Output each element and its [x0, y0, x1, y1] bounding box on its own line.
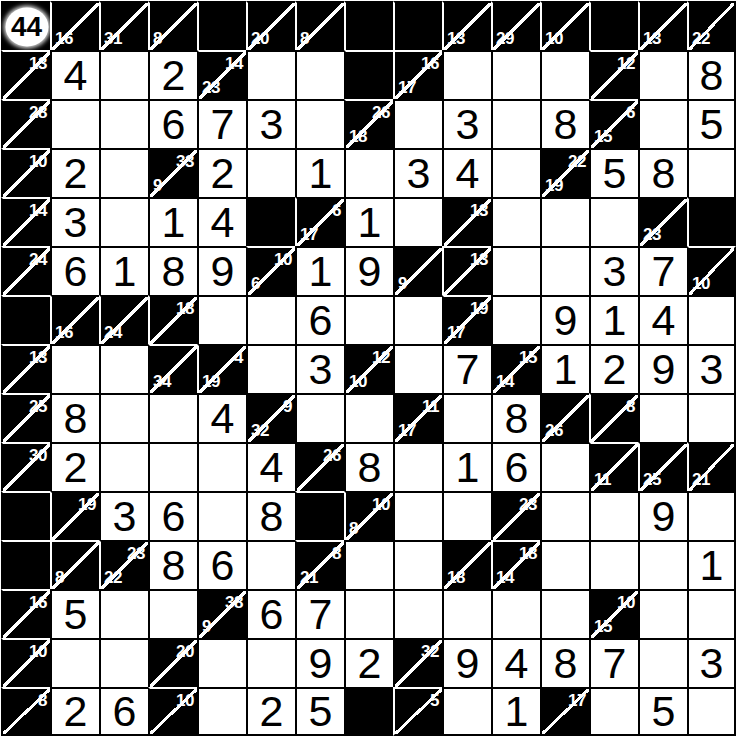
cell-digit: 2	[52, 150, 99, 197]
cell-digit: 4	[199, 395, 246, 442]
cell-r10-c1: 19	[50, 491, 99, 540]
cell-r4-c3[interactable]: 1	[148, 197, 197, 246]
cell-digit: 3	[395, 150, 442, 197]
cell-r13-c11[interactable]: 8	[540, 638, 589, 687]
down-clue: 18	[447, 569, 465, 586]
cell-digit: 7	[444, 346, 491, 393]
cell-r3-c3: 339	[148, 148, 197, 197]
cell-digit: 5	[591, 150, 638, 197]
cell-r9-c2[interactable]	[99, 442, 148, 491]
down-clue: 8	[153, 30, 162, 47]
cell-r13-c6[interactable]: 9	[295, 638, 344, 687]
cell-r9-c6: 26	[295, 442, 344, 491]
across-clue: 18	[519, 545, 537, 562]
cell-r14-c13[interactable]: 5	[638, 687, 687, 736]
cell-r14-c2[interactable]: 6	[99, 687, 148, 736]
down-clue: 8	[55, 569, 64, 586]
cell-r11-c12[interactable]	[589, 540, 638, 589]
cell-r12-c7[interactable]	[344, 589, 393, 638]
cell-r11-c5[interactable]	[246, 540, 295, 589]
cell-r6-c7[interactable]	[344, 295, 393, 344]
cell-r2-c14[interactable]: 5	[687, 99, 736, 148]
down-clue: 31	[104, 30, 122, 47]
cell-r2-c11[interactable]: 8	[540, 99, 589, 148]
cell-r1-c14[interactable]: 8	[687, 50, 736, 99]
cell-r2-c10[interactable]	[491, 99, 540, 148]
cell-r5-c14: 10	[687, 246, 736, 295]
down-clue: 26	[545, 422, 563, 439]
across-clue: 16	[421, 55, 439, 72]
cell-r14-c10[interactable]: 1	[491, 687, 540, 736]
cell-digit: 5	[297, 689, 344, 734]
cell-r4-c9: 13	[442, 197, 491, 246]
cell-r5-c9: 13	[442, 246, 491, 295]
cell-r5-c7[interactable]: 9	[344, 246, 393, 295]
cell-r12-c4: 389	[197, 589, 246, 638]
cell-digit: 3	[297, 346, 344, 393]
cell-r12-c1[interactable]: 5	[50, 589, 99, 638]
cell-r12-c2[interactable]	[99, 589, 148, 638]
cell-r12-c14[interactable]	[687, 589, 736, 638]
cell-r14-c8: 5	[393, 687, 442, 736]
across-clue: 9	[283, 398, 292, 415]
cell-r13-c10[interactable]: 4	[491, 638, 540, 687]
cell-r3-c8[interactable]: 3	[393, 148, 442, 197]
across-clue: 20	[176, 643, 194, 660]
cell-r4-c4[interactable]: 4	[197, 197, 246, 246]
cell-digit: 1	[297, 150, 344, 197]
cell-r11-c4[interactable]: 6	[197, 540, 246, 589]
down-clue: 20	[251, 30, 269, 47]
across-clue: 30	[29, 447, 47, 464]
cell-digit: 1	[150, 199, 197, 246]
cell-r8-c11: 26	[540, 393, 589, 442]
cell-r8-c9[interactable]	[442, 393, 491, 442]
across-clue: 26	[323, 447, 341, 464]
cell-r0-c12	[589, 1, 638, 50]
cell-r3-c1[interactable]: 2	[50, 148, 99, 197]
cell-r2-c5[interactable]: 3	[246, 99, 295, 148]
cell-r12-c10[interactable]	[491, 589, 540, 638]
across-clue: 13	[470, 202, 488, 219]
cell-r6-c0	[1, 295, 50, 344]
across-clue: 25	[29, 398, 47, 415]
cell-r10-c5[interactable]: 8	[246, 491, 295, 540]
cell-r14-c12[interactable]	[589, 687, 638, 736]
cell-digit: 6	[248, 591, 295, 638]
cell-r4-c1[interactable]: 3	[50, 197, 99, 246]
down-clue: 23	[643, 226, 661, 243]
down-clue: 24	[104, 324, 122, 341]
across-clue: 10	[29, 153, 47, 170]
across-clue: 18	[176, 300, 194, 317]
cell-digit: 9	[542, 297, 589, 344]
cell-r10-c7: 108	[344, 491, 393, 540]
across-clue: 13	[470, 251, 488, 268]
cell-r10-c8[interactable]	[393, 491, 442, 540]
cell-r4-c7[interactable]: 1	[344, 197, 393, 246]
cell-r3-c9[interactable]: 4	[442, 148, 491, 197]
cell-r8-c10[interactable]: 8	[491, 393, 540, 442]
cell-digit: 8	[52, 395, 99, 442]
cell-r3-c6[interactable]: 1	[295, 148, 344, 197]
down-clue: 9	[398, 275, 407, 292]
down-clue: 17	[398, 79, 416, 96]
cell-r14-c0: 8	[1, 687, 50, 736]
cell-r11-c13[interactable]	[638, 540, 687, 589]
down-clue: 10	[349, 373, 367, 390]
cell-r6-c8[interactable]	[393, 295, 442, 344]
across-clue: 23	[519, 496, 537, 513]
across-clue: 26	[372, 104, 390, 121]
cell-digit: 3	[248, 101, 295, 148]
cell-digit: 8	[150, 248, 197, 295]
cell-r9-c3[interactable]	[148, 442, 197, 491]
cell-digit: 2	[52, 444, 99, 491]
cell-r5-c10[interactable]	[491, 246, 540, 295]
cell-r7-c6[interactable]: 3	[295, 344, 344, 393]
cell-r10-c9[interactable]	[442, 491, 491, 540]
cell-r0-c8	[393, 1, 442, 50]
cell-r2-c12: 615	[589, 99, 638, 148]
cell-digit: 6	[297, 297, 344, 344]
cell-r4-c10[interactable]	[491, 197, 540, 246]
cell-r1-c10[interactable]	[491, 50, 540, 99]
cell-r7-c8[interactable]	[393, 344, 442, 393]
cell-r6-c12[interactable]: 1	[589, 295, 638, 344]
cell-r9-c12: 11	[589, 442, 638, 491]
cell-r6-c5[interactable]	[246, 295, 295, 344]
cell-r9-c10[interactable]: 6	[491, 442, 540, 491]
cell-digit: 6	[150, 101, 197, 148]
cell-r7-c13[interactable]: 9	[638, 344, 687, 393]
cell-r0-c0: 44	[1, 1, 50, 50]
cell-r1-c11[interactable]	[540, 50, 589, 99]
cell-r7-c12[interactable]: 2	[589, 344, 638, 393]
down-clue: 9	[202, 618, 211, 635]
cell-r8-c14[interactable]	[687, 393, 736, 442]
cell-r1-c6[interactable]	[295, 50, 344, 99]
cell-r4-c13: 23	[638, 197, 687, 246]
cell-r5-c2[interactable]: 1	[99, 246, 148, 295]
cell-digit: 7	[297, 591, 344, 638]
cell-r7-c5[interactable]	[246, 344, 295, 393]
cell-r14-c6[interactable]: 5	[295, 687, 344, 736]
cell-r12-c11[interactable]	[540, 589, 589, 638]
cell-r3-c7[interactable]	[344, 148, 393, 197]
cell-r13-c7[interactable]: 2	[344, 638, 393, 687]
down-clue: 13	[643, 30, 661, 47]
cell-r11-c6: 821	[295, 540, 344, 589]
cell-digit: 9	[444, 640, 491, 687]
cell-r7-c10: 1514	[491, 344, 540, 393]
cell-r12-c8[interactable]	[393, 589, 442, 638]
cell-r2-c2[interactable]	[99, 99, 148, 148]
cell-r9-c4[interactable]	[197, 442, 246, 491]
cell-r7-c0: 13	[1, 344, 50, 393]
cell-r12-c6[interactable]: 7	[295, 589, 344, 638]
cell-digit: 2	[150, 52, 197, 99]
cell-r3-c0: 10	[1, 148, 50, 197]
cell-digit: 9	[640, 493, 687, 540]
cell-r11-c1: 8	[50, 540, 99, 589]
down-clue: 10	[692, 275, 710, 292]
cell-digit: 5	[52, 591, 99, 638]
across-clue: 4	[234, 349, 243, 366]
cell-r10-c6	[295, 491, 344, 540]
across-clue: 28	[29, 104, 47, 121]
cell-digit: 2	[248, 689, 295, 734]
cell-r13-c13[interactable]	[638, 638, 687, 687]
down-clue: 22	[692, 30, 710, 47]
cell-digit: 4	[444, 150, 491, 197]
cell-digit: 8	[150, 542, 197, 589]
cell-r11-c3[interactable]: 8	[148, 540, 197, 589]
cell-r3-c4[interactable]: 2	[197, 148, 246, 197]
cell-r3-c2[interactable]	[99, 148, 148, 197]
cell-r8-c6[interactable]	[295, 393, 344, 442]
cell-r12-c13[interactable]	[638, 589, 687, 638]
cell-r0-c1: 16	[50, 1, 99, 50]
cell-r6-c11[interactable]: 9	[540, 295, 589, 344]
cell-r1-c4: 1423	[197, 50, 246, 99]
cell-r1-c7	[344, 50, 393, 99]
cell-r0-c11: 10	[540, 1, 589, 50]
cell-digit: 3	[689, 640, 734, 687]
cell-r0-c2: 31	[99, 1, 148, 50]
down-clue: 34	[153, 373, 171, 390]
cell-r7-c9[interactable]: 7	[442, 344, 491, 393]
cell-digit: 4	[248, 444, 295, 491]
cell-r12-c5[interactable]: 6	[246, 589, 295, 638]
cell-r14-c5[interactable]: 2	[246, 687, 295, 736]
across-clue: 19	[470, 300, 488, 317]
cell-r3-c14[interactable]	[687, 148, 736, 197]
cell-digit: 8	[542, 640, 589, 687]
across-clue: 14	[225, 55, 243, 72]
cell-r1-c2[interactable]	[99, 50, 148, 99]
cell-digit: 8	[640, 150, 687, 197]
cell-r14-c14[interactable]	[687, 687, 736, 736]
cell-r9-c5[interactable]: 4	[246, 442, 295, 491]
cell-digit: 4	[640, 297, 687, 344]
cell-r2-c6[interactable]	[295, 99, 344, 148]
cell-r4-c2[interactable]	[99, 197, 148, 246]
cell-r10-c12[interactable]	[589, 491, 638, 540]
cell-r5-c13[interactable]: 7	[638, 246, 687, 295]
cell-digit: 1	[591, 297, 638, 344]
cell-r4-c11[interactable]	[540, 197, 589, 246]
cell-r6-c14[interactable]	[687, 295, 736, 344]
cell-r7-c7: 1210	[344, 344, 393, 393]
cell-r3-c10[interactable]	[491, 148, 540, 197]
cell-r6-c9: 1917	[442, 295, 491, 344]
cell-r11-c8[interactable]	[393, 540, 442, 589]
cell-digit: 7	[199, 101, 246, 148]
cell-r3-c5[interactable]	[246, 148, 295, 197]
cell-r9-c7[interactable]: 8	[344, 442, 393, 491]
cell-r5-c3[interactable]: 8	[148, 246, 197, 295]
cell-r11-c11[interactable]	[540, 540, 589, 589]
cell-r11-c10: 1814	[491, 540, 540, 589]
cell-r5-c1[interactable]: 6	[50, 246, 99, 295]
cell-digit: 1	[542, 346, 589, 393]
cell-r11-c2: 2322	[99, 540, 148, 589]
cell-digit: 8	[542, 101, 589, 148]
across-clue: 16	[29, 594, 47, 611]
cell-digit: 9	[199, 248, 246, 295]
across-clue: 17	[568, 692, 586, 709]
down-clue: 17	[398, 422, 416, 439]
cell-r13-c3: 20	[148, 638, 197, 687]
cell-r7-c11[interactable]: 1	[540, 344, 589, 393]
cell-r9-c14: 21	[687, 442, 736, 491]
cell-r3-c12[interactable]: 5	[589, 148, 638, 197]
cell-r11-c7[interactable]	[344, 540, 393, 589]
cell-r0-c10: 29	[491, 1, 540, 50]
cell-r10-c3[interactable]: 6	[148, 491, 197, 540]
down-clue: 15	[594, 618, 612, 635]
cell-r2-c1[interactable]	[50, 99, 99, 148]
across-clue: 11	[422, 398, 439, 415]
across-clue: 12	[617, 55, 635, 72]
cell-r0-c9: 13	[442, 1, 491, 50]
cell-r8-c12: 8	[589, 393, 638, 442]
cell-r13-c14[interactable]: 3	[687, 638, 736, 687]
cell-r6-c6[interactable]: 6	[295, 295, 344, 344]
cell-r10-c4[interactable]	[197, 491, 246, 540]
cell-r4-c12[interactable]	[589, 197, 638, 246]
cell-r14-c9[interactable]	[442, 687, 491, 736]
cell-r9-c8[interactable]	[393, 442, 442, 491]
cell-r14-c4[interactable]	[197, 687, 246, 736]
down-clue: 16	[55, 30, 73, 47]
across-clue: 10	[617, 594, 635, 611]
cell-r8-c1[interactable]: 8	[50, 393, 99, 442]
cell-digit: 6	[150, 493, 197, 540]
across-clue: 10	[29, 643, 47, 660]
cell-r6-c10[interactable]	[491, 295, 540, 344]
cell-digit: 1	[297, 248, 344, 295]
across-clue: 10	[274, 251, 292, 268]
cell-r8-c2[interactable]	[99, 393, 148, 442]
cell-digit: 3	[689, 346, 734, 393]
cell-r2-c3[interactable]: 6	[148, 99, 197, 148]
cell-r5-c11[interactable]	[540, 246, 589, 295]
cell-digit: 4	[493, 640, 540, 687]
down-clue: 13	[447, 30, 465, 47]
cell-r1-c1[interactable]: 4	[50, 50, 99, 99]
cell-r9-c11[interactable]	[540, 442, 589, 491]
cell-r13-c4[interactable]	[197, 638, 246, 687]
cell-r10-c2[interactable]: 3	[99, 491, 148, 540]
cell-r1-c9[interactable]	[442, 50, 491, 99]
cell-r13-c9[interactable]: 9	[442, 638, 491, 687]
cell-r6-c4[interactable]	[197, 295, 246, 344]
cell-r2-c4[interactable]: 7	[197, 99, 246, 148]
cell-r9-c0: 30	[1, 442, 50, 491]
cell-r11-c14[interactable]: 1	[687, 540, 736, 589]
cell-r7-c14[interactable]: 3	[687, 344, 736, 393]
kakuro-board: 4416318208132910132213421423161712828673…	[1, 1, 738, 738]
cell-r14-c1[interactable]: 2	[50, 687, 99, 736]
across-clue: 24	[29, 251, 47, 268]
cell-r0-c3: 8	[148, 1, 197, 50]
across-clue: 22	[568, 153, 586, 170]
cell-r13-c5[interactable]	[246, 638, 295, 687]
cell-r1-c5[interactable]	[246, 50, 295, 99]
down-clue: 9	[153, 177, 162, 194]
cell-r10-c11[interactable]	[540, 491, 589, 540]
cell-r1-c13[interactable]	[638, 50, 687, 99]
cell-r8-c3[interactable]	[148, 393, 197, 442]
cell-r10-c13[interactable]: 9	[638, 491, 687, 540]
down-clue: 19	[202, 373, 220, 390]
cell-r8-c7[interactable]	[344, 393, 393, 442]
cell-digit: 8	[346, 444, 393, 491]
cell-r2-c8[interactable]	[393, 99, 442, 148]
cell-r13-c2[interactable]	[99, 638, 148, 687]
cell-r5-c0: 24	[1, 246, 50, 295]
cell-r4-c5	[246, 197, 295, 246]
cell-r1-c8: 1617	[393, 50, 442, 99]
cell-r4-c8[interactable]	[393, 197, 442, 246]
cell-r6-c3: 18	[148, 295, 197, 344]
cell-r7-c4: 419	[197, 344, 246, 393]
cell-r1-c12: 12	[589, 50, 638, 99]
cell-r2-c13[interactable]	[638, 99, 687, 148]
cell-digit: 1	[101, 248, 148, 295]
cell-r1-c3[interactable]: 2	[148, 50, 197, 99]
across-clue: 8	[332, 545, 341, 562]
down-clue: 8	[349, 520, 358, 537]
cell-r9-c1[interactable]: 2	[50, 442, 99, 491]
cell-r5-c6[interactable]: 1	[295, 246, 344, 295]
cell-r13-c1[interactable]	[50, 638, 99, 687]
cell-r8-c4[interactable]: 4	[197, 393, 246, 442]
cell-digit: 5	[689, 101, 734, 148]
down-clue: 25	[643, 471, 661, 488]
cell-r5-c12[interactable]: 3	[589, 246, 638, 295]
down-clue: 6	[251, 275, 260, 292]
cell-r2-c9[interactable]: 3	[442, 99, 491, 148]
down-clue: 14	[496, 569, 514, 586]
cell-r9-c13: 25	[638, 442, 687, 491]
cell-r6-c13[interactable]: 4	[638, 295, 687, 344]
cell-digit: 3	[591, 248, 638, 295]
cell-r13-c0: 10	[1, 638, 50, 687]
cell-r4-c14	[687, 197, 736, 246]
cell-r7-c2[interactable]	[99, 344, 148, 393]
cell-r14-c7	[344, 687, 393, 736]
cell-r8-c13[interactable]	[638, 393, 687, 442]
down-clue: 21	[300, 569, 318, 586]
down-clue: 22	[104, 569, 122, 586]
cell-r7-c1[interactable]	[50, 344, 99, 393]
cell-r2-c0: 28	[1, 99, 50, 148]
puzzle-number-badge: 44	[5, 7, 48, 46]
cell-r4-c6: 617	[295, 197, 344, 246]
cell-r13-c12[interactable]: 7	[589, 638, 638, 687]
cell-r10-c14[interactable]	[687, 491, 736, 540]
cell-digit: 4	[199, 199, 246, 246]
cell-r12-c9[interactable]	[442, 589, 491, 638]
cell-r9-c9[interactable]: 1	[442, 442, 491, 491]
cell-r5-c4[interactable]: 9	[197, 246, 246, 295]
cell-r12-c3[interactable]	[148, 589, 197, 638]
cell-digit: 1	[689, 542, 734, 589]
cell-r3-c13[interactable]: 8	[638, 148, 687, 197]
